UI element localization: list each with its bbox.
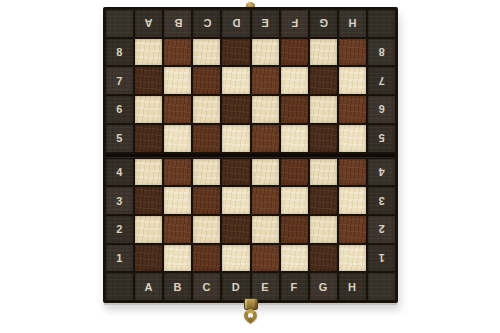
square-h4[interactable] (339, 159, 366, 186)
square-a3[interactable] (135, 187, 162, 214)
file-label: A (144, 17, 152, 29)
square-b4[interactable] (164, 159, 191, 186)
file-label: D (232, 17, 240, 29)
square-e4[interactable] (252, 159, 279, 186)
file-label: G (319, 281, 328, 293)
square-h5[interactable] (339, 125, 366, 152)
rank-label-right-5: 5 (368, 125, 395, 152)
rank-label: 8 (116, 46, 123, 58)
file-label-top-e: E (252, 10, 279, 37)
square-f7[interactable] (281, 67, 308, 94)
file-label-top-c: C (193, 10, 220, 37)
rank-label: 5 (378, 132, 385, 144)
square-h7[interactable] (339, 67, 366, 94)
file-label: G (319, 17, 328, 29)
square-c6[interactable] (193, 96, 220, 123)
square-d3[interactable] (222, 187, 249, 214)
rank-label: 7 (378, 75, 385, 87)
square-d5[interactable] (222, 125, 249, 152)
square-a7[interactable] (135, 67, 162, 94)
clasp[interactable] (243, 298, 258, 323)
file-label-bottom-g: G (310, 273, 337, 300)
square-g2[interactable] (310, 216, 337, 243)
file-label-top-h: H (339, 10, 366, 37)
square-e8[interactable] (252, 39, 279, 66)
square-d4[interactable] (222, 159, 249, 186)
rank-label-left-5: 5 (106, 125, 133, 152)
square-c2[interactable] (193, 216, 220, 243)
square-c5[interactable] (193, 125, 220, 152)
square-d2[interactable] (222, 216, 249, 243)
square-b5[interactable] (164, 125, 191, 152)
square-f4[interactable] (281, 159, 308, 186)
square-g3[interactable] (310, 187, 337, 214)
file-label-bottom-f: F (281, 273, 308, 300)
file-label-top-g: G (310, 10, 337, 37)
chess-board: ABCDEFGH8877665544332211ABCDEFGH (103, 7, 398, 303)
frame-corner-bottom-right (368, 273, 395, 300)
square-a8[interactable] (135, 39, 162, 66)
rank-label: 1 (378, 252, 385, 264)
rank-label: 1 (116, 252, 123, 264)
rank-label-left-7: 7 (106, 67, 133, 94)
rank-label-left-6: 6 (106, 96, 133, 123)
square-d8[interactable] (222, 39, 249, 66)
file-label: F (291, 17, 298, 29)
rank-label-left-2: 2 (106, 216, 133, 243)
square-a1[interactable] (135, 245, 162, 272)
square-e5[interactable] (252, 125, 279, 152)
square-c7[interactable] (193, 67, 220, 94)
file-label-top-f: F (281, 10, 308, 37)
square-f8[interactable] (281, 39, 308, 66)
square-c1[interactable] (193, 245, 220, 272)
square-e2[interactable] (252, 216, 279, 243)
frame-corner-top-left (106, 10, 133, 37)
square-c4[interactable] (193, 159, 220, 186)
square-a4[interactable] (135, 159, 162, 186)
rank-label: 5 (116, 132, 123, 144)
rank-label-right-1: 1 (368, 245, 395, 272)
file-label: H (348, 17, 356, 29)
square-b2[interactable] (164, 216, 191, 243)
square-g4[interactable] (310, 159, 337, 186)
fold-seam (106, 154, 395, 157)
file-label-bottom-a: A (135, 273, 162, 300)
square-b1[interactable] (164, 245, 191, 272)
square-g8[interactable] (310, 39, 337, 66)
photo-background: ABCDEFGH8877665544332211ABCDEFGH (0, 0, 500, 333)
rank-label: 2 (116, 223, 123, 235)
file-label-bottom-d: D (222, 273, 249, 300)
file-label-top-b: B (164, 10, 191, 37)
rank-label-right-2: 2 (368, 216, 395, 243)
rank-label-right-4: 4 (368, 159, 395, 186)
square-b7[interactable] (164, 67, 191, 94)
square-h2[interactable] (339, 216, 366, 243)
square-h6[interactable] (339, 96, 366, 123)
rank-label: 8 (378, 46, 385, 58)
square-h8[interactable] (339, 39, 366, 66)
file-label: C (203, 17, 211, 29)
file-label-bottom-e: E (252, 273, 279, 300)
rank-label: 2 (378, 223, 385, 235)
frame-corner-top-right (368, 10, 395, 37)
file-label: C (203, 281, 211, 293)
square-f3[interactable] (281, 187, 308, 214)
square-a2[interactable] (135, 216, 162, 243)
file-label-top-d: D (222, 10, 249, 37)
rank-label-left-3: 3 (106, 187, 133, 214)
square-d7[interactable] (222, 67, 249, 94)
file-label: A (144, 281, 152, 293)
square-f5[interactable] (281, 125, 308, 152)
rank-label: 6 (378, 103, 385, 115)
square-g5[interactable] (310, 125, 337, 152)
frame-corner-bottom-left (106, 273, 133, 300)
square-h3[interactable] (339, 187, 366, 214)
square-e1[interactable] (252, 245, 279, 272)
file-label: D (232, 281, 240, 293)
square-g7[interactable] (310, 67, 337, 94)
square-g6[interactable] (310, 96, 337, 123)
square-f1[interactable] (281, 245, 308, 272)
square-d1[interactable] (222, 245, 249, 272)
square-d6[interactable] (222, 96, 249, 123)
file-label-top-a: A (135, 10, 162, 37)
rank-label-right-6: 6 (368, 96, 395, 123)
rank-label: 4 (378, 166, 385, 178)
rank-label-right-3: 3 (368, 187, 395, 214)
rank-label-right-8: 8 (368, 39, 395, 66)
square-a6[interactable] (135, 96, 162, 123)
square-b8[interactable] (164, 39, 191, 66)
file-label: B (174, 281, 182, 293)
rank-label-left-1: 1 (106, 245, 133, 272)
file-label: E (261, 281, 269, 293)
rank-label: 3 (378, 195, 385, 207)
rank-label: 3 (116, 195, 123, 207)
square-b3[interactable] (164, 187, 191, 214)
file-label: H (348, 281, 356, 293)
rank-label-right-7: 7 (368, 67, 395, 94)
square-h1[interactable] (339, 245, 366, 272)
square-a5[interactable] (135, 125, 162, 152)
rank-label: 4 (116, 166, 123, 178)
square-c3[interactable] (193, 187, 220, 214)
file-label-bottom-h: H (339, 273, 366, 300)
square-e7[interactable] (252, 67, 279, 94)
file-label: F (291, 281, 298, 293)
square-c8[interactable] (193, 39, 220, 66)
file-label: E (261, 17, 269, 29)
rank-label-left-4: 4 (106, 159, 133, 186)
square-e6[interactable] (252, 96, 279, 123)
rank-label-left-8: 8 (106, 39, 133, 66)
file-label-bottom-c: C (193, 273, 220, 300)
rank-label: 7 (116, 75, 123, 87)
square-f6[interactable] (281, 96, 308, 123)
file-label-bottom-b: B (164, 273, 191, 300)
file-label: B (174, 17, 182, 29)
square-g1[interactable] (310, 245, 337, 272)
square-f2[interactable] (281, 216, 308, 243)
square-e3[interactable] (252, 187, 279, 214)
square-b6[interactable] (164, 96, 191, 123)
rank-label: 6 (116, 103, 123, 115)
